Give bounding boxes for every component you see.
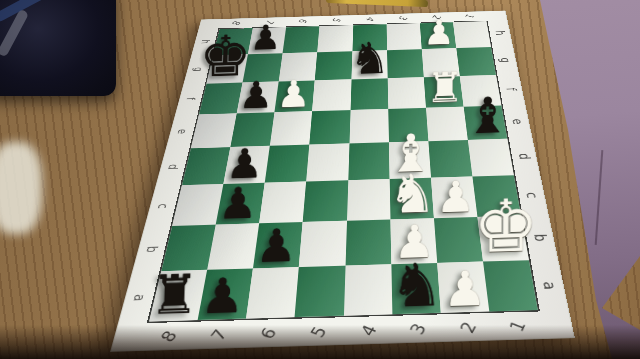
file-labels-right-d: d (496, 147, 554, 165)
square-f3[interactable] (387, 77, 425, 109)
table-edge-shadow (0, 325, 640, 359)
square-f5[interactable] (312, 79, 351, 111)
square-c5[interactable] (303, 180, 348, 222)
square-f6[interactable]: ♟ (275, 80, 315, 112)
photo-scene: 87654321 87654321 hgfedcba hgfedcba ♟♟♚♞… (0, 0, 640, 359)
file-labels-left-d: d (143, 158, 202, 176)
file-labels-right-b: b (508, 227, 572, 249)
dark-object-highlight (0, 0, 56, 23)
piece-white-pawn-c2[interactable]: ♟ (436, 177, 475, 218)
square-c7[interactable]: ♟ (216, 183, 265, 225)
square-d5[interactable] (306, 143, 349, 181)
piece-black-pawn-f7[interactable]: ♟ (239, 78, 274, 113)
piece-white-rook-f2[interactable]: ♜ (426, 68, 464, 107)
square-g3[interactable] (387, 49, 424, 78)
square-e4[interactable] (349, 109, 389, 144)
piece-white-pawn-f6[interactable]: ♟ (277, 77, 311, 112)
square-c6[interactable] (259, 181, 306, 223)
dark-object-top-left (0, 0, 116, 96)
square-b4[interactable] (345, 219, 391, 265)
square-c4[interactable] (347, 179, 391, 221)
square-b5[interactable] (299, 221, 346, 267)
piece-white-knight-c3[interactable]: ♞ (388, 169, 437, 219)
piece-black-pawn-c7[interactable]: ♟ (218, 183, 258, 224)
square-f4[interactable] (350, 78, 388, 110)
square-d6[interactable] (265, 145, 310, 183)
file-labels-left-f: f (163, 91, 216, 106)
square-f2[interactable]: ♜ (424, 76, 464, 108)
square-g4[interactable]: ♞ (351, 50, 387, 79)
square-d4[interactable] (348, 142, 389, 180)
square-b7[interactable] (207, 223, 259, 269)
file-labels-right-a: a (516, 273, 584, 297)
square-b6[interactable]: ♟ (253, 222, 303, 268)
file-labels-left-a: a (104, 285, 174, 309)
file-labels-left-e: e (154, 123, 210, 140)
white-paper-edge (0, 142, 42, 234)
file-labels-left-g: g (172, 62, 223, 76)
file-labels-right-e: e (490, 113, 545, 129)
square-f7[interactable]: ♟ (237, 82, 279, 114)
file-labels-right-f: f (485, 82, 537, 97)
piece-black-knight-g4[interactable]: ♞ (349, 38, 390, 79)
square-c3[interactable]: ♞ (389, 178, 433, 220)
square-e5[interactable] (310, 110, 351, 145)
file-labels-left-c: c (131, 196, 193, 216)
file-labels-right-h: h (476, 27, 524, 40)
file-labels-left-b: b (118, 238, 184, 260)
file-labels-right-g: g (480, 53, 530, 67)
square-c2[interactable]: ♟ (431, 177, 478, 219)
square-e6[interactable] (270, 111, 312, 146)
file-labels-right-c: c (502, 185, 563, 205)
square-g5[interactable] (315, 51, 352, 80)
piece-black-pawn-b6[interactable]: ♟ (256, 225, 298, 268)
file-labels-left-h: h (181, 35, 230, 48)
